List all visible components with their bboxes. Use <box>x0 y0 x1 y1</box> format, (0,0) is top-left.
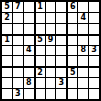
sudoku-cell-empty[interactable] <box>56 46 66 56</box>
sudoku-cell-empty[interactable] <box>35 56 45 66</box>
sudoku-cell-empty[interactable] <box>56 13 66 23</box>
sudoku-cell-given: 5 <box>67 67 77 77</box>
sudoku-cell-empty[interactable] <box>56 35 66 45</box>
sudoku-cell-given: 5 <box>35 35 45 45</box>
sudoku-cell-empty[interactable] <box>67 56 77 66</box>
sudoku-cell-empty[interactable] <box>35 46 45 56</box>
sudoku-cell-empty[interactable] <box>78 89 88 99</box>
sudoku-cell-empty[interactable] <box>35 78 45 88</box>
sudoku-cell-empty[interactable] <box>67 13 77 23</box>
sudoku-cell-empty[interactable] <box>24 35 34 45</box>
sudoku-cell-empty[interactable] <box>13 67 23 77</box>
sudoku-cell-empty[interactable] <box>46 24 56 34</box>
sudoku-cell-empty[interactable] <box>2 56 12 66</box>
sudoku-cell-empty[interactable] <box>89 35 99 45</box>
sudoku-cell-empty[interactable] <box>24 56 34 66</box>
sudoku-cell-empty[interactable] <box>78 56 88 66</box>
sudoku-cell-empty[interactable] <box>89 78 99 88</box>
sudoku-cell-given: 2 <box>2 13 12 23</box>
sudoku-cell-empty[interactable] <box>46 13 56 23</box>
sudoku-cell-empty[interactable] <box>46 46 56 56</box>
sudoku-board: 57162415948325833 <box>0 0 101 101</box>
sudoku-cell-given: 3 <box>13 89 23 99</box>
sudoku-cell-empty[interactable] <box>89 67 99 77</box>
sudoku-cell-given: 2 <box>35 67 45 77</box>
sudoku-cell-given: 8 <box>24 78 34 88</box>
sudoku-cell-empty[interactable] <box>24 13 34 23</box>
sudoku-cell-empty[interactable] <box>2 46 12 56</box>
sudoku-cell-empty[interactable] <box>35 89 45 99</box>
sudoku-cell-empty[interactable] <box>46 89 56 99</box>
sudoku-cell-empty[interactable] <box>46 78 56 88</box>
sudoku-cell-given: 8 <box>78 46 88 56</box>
sudoku-cell-given: 4 <box>24 46 34 56</box>
sudoku-cell-empty[interactable] <box>67 35 77 45</box>
sudoku-cell-empty[interactable] <box>13 56 23 66</box>
sudoku-cell-empty[interactable] <box>89 13 99 23</box>
sudoku-cell-empty[interactable] <box>46 67 56 77</box>
sudoku-cell-given: 9 <box>46 35 56 45</box>
sudoku-cell-empty[interactable] <box>24 24 34 34</box>
sudoku-cell-empty[interactable] <box>56 89 66 99</box>
sudoku-cell-given: 7 <box>13 2 23 12</box>
sudoku-cell-empty[interactable] <box>56 24 66 34</box>
sudoku-cell-empty[interactable] <box>78 2 88 12</box>
sudoku-cell-empty[interactable] <box>13 46 23 56</box>
sudoku-cell-empty[interactable] <box>2 78 12 88</box>
sudoku-cell-empty[interactable] <box>35 13 45 23</box>
sudoku-cell-given: 1 <box>35 2 45 12</box>
sudoku-cell-given: 3 <box>89 46 99 56</box>
sudoku-cell-empty[interactable] <box>13 78 23 88</box>
sudoku-cell-empty[interactable] <box>67 46 77 56</box>
sudoku-cell-empty[interactable] <box>78 24 88 34</box>
sudoku-cell-empty[interactable] <box>78 78 88 88</box>
sudoku-cell-empty[interactable] <box>24 2 34 12</box>
sudoku-cell-empty[interactable] <box>78 35 88 45</box>
sudoku-cell-empty[interactable] <box>24 89 34 99</box>
sudoku-cell-empty[interactable] <box>2 89 12 99</box>
sudoku-cell-empty[interactable] <box>56 56 66 66</box>
sudoku-cell-given: 5 <box>2 2 12 12</box>
sudoku-cell-empty[interactable] <box>13 13 23 23</box>
sudoku-cell-empty[interactable] <box>24 67 34 77</box>
sudoku-cell-empty[interactable] <box>13 35 23 45</box>
sudoku-cell-empty[interactable] <box>67 89 77 99</box>
sudoku-cell-given: 3 <box>56 78 66 88</box>
sudoku-cell-empty[interactable] <box>46 2 56 12</box>
sudoku-cell-given: 4 <box>78 13 88 23</box>
sudoku-cell-empty[interactable] <box>89 24 99 34</box>
sudoku-cell-empty[interactable] <box>67 24 77 34</box>
sudoku-cell-empty[interactable] <box>56 2 66 12</box>
sudoku-cell-empty[interactable] <box>13 24 23 34</box>
sudoku-cell-empty[interactable] <box>78 67 88 77</box>
sudoku-cell-empty[interactable] <box>2 67 12 77</box>
sudoku-cell-given: 6 <box>67 2 77 12</box>
sudoku-cell-empty[interactable] <box>56 67 66 77</box>
sudoku-cell-empty[interactable] <box>89 56 99 66</box>
sudoku-cell-empty[interactable] <box>2 24 12 34</box>
sudoku-cell-empty[interactable] <box>67 78 77 88</box>
sudoku-cell-empty[interactable] <box>89 2 99 12</box>
sudoku-cell-empty[interactable] <box>46 56 56 66</box>
sudoku-cell-empty[interactable] <box>89 89 99 99</box>
sudoku-cell-empty[interactable] <box>35 24 45 34</box>
sudoku-cell-given: 1 <box>2 35 12 45</box>
